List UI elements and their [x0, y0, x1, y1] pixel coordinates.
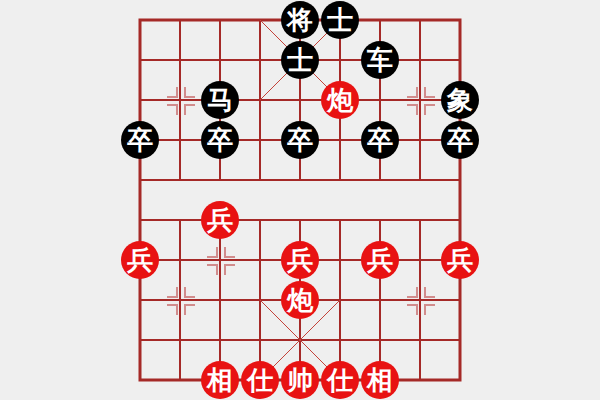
- piece-red-soldier[interactable]: 兵: [121, 241, 159, 279]
- piece-red-soldier[interactable]: 兵: [441, 241, 479, 279]
- piece-black-chariot[interactable]: 车: [361, 41, 399, 79]
- xiangqi-board: 将士士车马炮象卒卒卒卒卒兵兵兵兵兵炮相仕帅仕相: [140, 20, 460, 380]
- piece-black-advisor[interactable]: 士: [321, 1, 359, 39]
- piece-red-general[interactable]: 帅: [281, 361, 319, 399]
- piece-red-soldier[interactable]: 兵: [201, 201, 239, 239]
- piece-red-cannon[interactable]: 炮: [281, 281, 319, 319]
- piece-black-soldier[interactable]: 卒: [281, 121, 319, 159]
- piece-red-elephant[interactable]: 相: [361, 361, 399, 399]
- piece-red-advisor[interactable]: 仕: [241, 361, 279, 399]
- xiangqi-app: 将士士车马炮象卒卒卒卒卒兵兵兵兵兵炮相仕帅仕相: [0, 0, 600, 400]
- piece-black-soldier[interactable]: 卒: [201, 121, 239, 159]
- piece-red-cannon[interactable]: 炮: [321, 81, 359, 119]
- piece-black-general[interactable]: 将: [281, 1, 319, 39]
- piece-black-soldier[interactable]: 卒: [361, 121, 399, 159]
- piece-black-soldier[interactable]: 卒: [441, 121, 479, 159]
- pieces-layer: 将士士车马炮象卒卒卒卒卒兵兵兵兵兵炮相仕帅仕相: [140, 20, 460, 380]
- piece-red-elephant[interactable]: 相: [201, 361, 239, 399]
- piece-red-soldier[interactable]: 兵: [361, 241, 399, 279]
- piece-red-advisor[interactable]: 仕: [321, 361, 359, 399]
- piece-black-horse[interactable]: 马: [201, 81, 239, 119]
- piece-black-soldier[interactable]: 卒: [121, 121, 159, 159]
- piece-red-soldier[interactable]: 兵: [281, 241, 319, 279]
- piece-black-elephant[interactable]: 象: [441, 81, 479, 119]
- piece-black-advisor[interactable]: 士: [281, 41, 319, 79]
